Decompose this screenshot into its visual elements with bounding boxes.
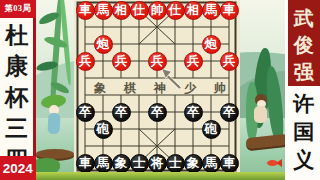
- black-soldier: 卒: [148, 103, 167, 122]
- black-chariot: 車: [76, 154, 95, 173]
- red-soldier: 兵: [112, 52, 131, 71]
- red-soldier: 兵: [220, 52, 239, 71]
- red-cannon: 炮: [202, 35, 221, 54]
- black-elephant: 象: [112, 154, 131, 173]
- xiangqi-board: 象棋神少帅 車馬相仕帥仕相馬車炮炮兵兵兵兵兵卒卒卒卒卒砲砲車馬象士将士象馬車: [74, 0, 240, 180]
- red-soldier: 兵: [76, 52, 95, 71]
- event-title-vertical: 杜康杯三四: [0, 20, 33, 154]
- red-horse: 馬: [94, 1, 113, 20]
- red-advisor: 仕: [130, 1, 149, 20]
- vertical-char: 俊: [294, 32, 314, 59]
- red-cannon: 炮: [94, 35, 113, 54]
- grass-strip: [35, 172, 285, 180]
- vertical-char: 许: [293, 90, 314, 118]
- red-fish-tail: [276, 159, 282, 167]
- river-char: 少: [184, 81, 196, 95]
- red-horse: 馬: [202, 1, 221, 20]
- cartoon-girl-right-body: [254, 106, 267, 123]
- cartoon-girl-left-body: [47, 113, 60, 135]
- black-cannon: 砲: [94, 120, 113, 139]
- river-watermark-text: 象棋神少帅: [94, 81, 226, 95]
- black-general: 将: [148, 154, 167, 173]
- black-horse: 馬: [202, 154, 221, 173]
- black-elephant: 象: [184, 154, 203, 173]
- vertical-char: 杯: [5, 82, 28, 113]
- river-char: 象: [94, 81, 106, 95]
- red-advisor: 仕: [166, 1, 185, 20]
- player-name-top: 武俊强: [288, 5, 320, 82]
- thumbnail-screen: 象棋神少帅 車馬相仕帥仕相馬車炮炮兵兵兵兵兵卒卒卒卒卒砲砲車馬象士将士象馬車 第…: [0, 0, 320, 180]
- red-elephant: 相: [112, 1, 131, 20]
- red-soldier: 兵: [184, 52, 203, 71]
- vertical-char: 强: [294, 59, 314, 86]
- vertical-char: 义: [293, 146, 314, 174]
- red-chariot: 車: [76, 1, 95, 20]
- river-char: 棋: [124, 81, 136, 95]
- vertical-char: 武: [294, 5, 314, 32]
- year-badge: 2024: [0, 156, 36, 180]
- left-panel-red-divider: [33, 0, 36, 180]
- black-advisor: 士: [166, 154, 185, 173]
- right-players-panel: 武俊强 许国义: [285, 0, 320, 180]
- red-general: 帥: [148, 1, 167, 20]
- game-number-badge: 第03局: [0, 0, 36, 18]
- vertical-char: 杜: [5, 20, 28, 51]
- red-chariot: 車: [220, 1, 239, 20]
- black-soldier: 卒: [76, 103, 95, 122]
- black-chariot: 車: [220, 154, 239, 173]
- river-char: 帅: [214, 81, 226, 95]
- black-advisor: 士: [130, 154, 149, 173]
- red-soldier: 兵: [148, 52, 167, 71]
- black-soldier: 卒: [112, 103, 131, 122]
- vertical-char: 国: [293, 118, 314, 146]
- black-soldier: 卒: [184, 103, 203, 122]
- river-char: 神: [154, 81, 166, 95]
- black-cannon: 砲: [202, 120, 221, 139]
- player-name-bottom: 许国义: [288, 90, 320, 174]
- black-horse: 馬: [94, 154, 113, 173]
- red-elephant: 相: [184, 1, 203, 20]
- vertical-char: 康: [5, 51, 28, 82]
- vertical-char: 三: [5, 113, 28, 144]
- black-soldier: 卒: [220, 103, 239, 122]
